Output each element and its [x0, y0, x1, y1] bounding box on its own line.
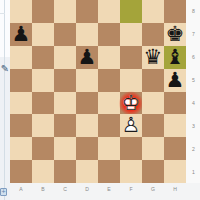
- black-king-glyph: ♚: [164, 23, 186, 46]
- square-g1[interactable]: [142, 160, 164, 183]
- corner-widget-icon[interactable]: +: [0, 188, 7, 196]
- square-b2[interactable]: [32, 137, 54, 160]
- square-d4[interactable]: [76, 92, 98, 115]
- square-f2[interactable]: [120, 137, 142, 160]
- file-label-g: G: [144, 186, 163, 194]
- square-h8[interactable]: [164, 0, 186, 23]
- black-pawn-glyph: ♟: [10, 23, 32, 46]
- rank-label-7: 7: [186, 23, 200, 46]
- file-label-f: F: [122, 186, 141, 194]
- left-panel-top: [0, 0, 10, 57]
- square-b3[interactable]: [32, 114, 54, 137]
- square-a6[interactable]: [10, 46, 32, 69]
- black-king[interactable]: ♚: [164, 23, 186, 46]
- square-e8[interactable]: [98, 0, 120, 23]
- square-h1[interactable]: [164, 160, 186, 183]
- square-d1[interactable]: [76, 160, 98, 183]
- square-a1[interactable]: [10, 160, 32, 183]
- square-d5[interactable]: [76, 69, 98, 92]
- square-c6[interactable]: [54, 46, 76, 69]
- square-a5[interactable]: [10, 69, 32, 92]
- square-d8[interactable]: [76, 0, 98, 23]
- rank-label-4: 4: [186, 92, 200, 115]
- square-f3[interactable]: ♟♙: [120, 114, 142, 137]
- square-e2[interactable]: [98, 137, 120, 160]
- square-d7[interactable]: [76, 23, 98, 46]
- white-pawn-outline-glyph: ♙: [120, 114, 142, 137]
- file-label-a: A: [12, 186, 31, 194]
- white-king[interactable]: ♚♔: [120, 92, 142, 115]
- square-f5[interactable]: [120, 69, 142, 92]
- file-label-h: H: [166, 186, 185, 194]
- square-c4[interactable]: [54, 92, 76, 115]
- square-e6[interactable]: [98, 46, 120, 69]
- square-c1[interactable]: [54, 160, 76, 183]
- rank-label-8: 8: [186, 0, 200, 23]
- white-king-outline-glyph: ♔: [120, 92, 142, 115]
- square-d2[interactable]: [76, 137, 98, 160]
- square-c7[interactable]: [54, 23, 76, 46]
- square-b6[interactable]: [32, 46, 54, 69]
- square-e3[interactable]: [98, 114, 120, 137]
- square-g5[interactable]: [142, 69, 164, 92]
- black-bishop-glyph: ♝: [164, 46, 186, 69]
- square-e1[interactable]: [98, 160, 120, 183]
- file-label-e: E: [100, 186, 119, 194]
- chess-board: ♟♚♟♛♝♟♚♔♟♙: [10, 0, 186, 183]
- square-h7[interactable]: ♚: [164, 23, 186, 46]
- square-h2[interactable]: [164, 137, 186, 160]
- square-a4[interactable]: [10, 92, 32, 115]
- rank-label-2: 2: [186, 137, 200, 160]
- rank-label-6: 6: [186, 46, 200, 69]
- square-d6[interactable]: ♟: [76, 46, 98, 69]
- square-b5[interactable]: [32, 69, 54, 92]
- square-e5[interactable]: [98, 69, 120, 92]
- square-h6[interactable]: ♝: [164, 46, 186, 69]
- app-screenshot: ♟♚♟♛♝♟♚♔♟♙ 87654321 ABCDEFGH ✎ +: [0, 0, 200, 200]
- square-a3[interactable]: [10, 114, 32, 137]
- black-bishop[interactable]: ♝: [164, 46, 186, 69]
- square-g7[interactable]: [142, 23, 164, 46]
- square-a7[interactable]: ♟: [10, 23, 32, 46]
- pencil-icon[interactable]: ✎: [0, 63, 10, 75]
- file-label-d: D: [78, 186, 97, 194]
- square-e4[interactable]: [98, 92, 120, 115]
- white-pawn[interactable]: ♟♙: [120, 114, 142, 137]
- black-queen-glyph: ♛: [142, 46, 164, 69]
- square-d3[interactable]: [76, 114, 98, 137]
- black-pawn-glyph: ♟: [164, 69, 186, 92]
- square-g8[interactable]: [142, 0, 164, 23]
- black-pawn[interactable]: ♟: [164, 69, 186, 92]
- square-g4[interactable]: [142, 92, 164, 115]
- square-e7[interactable]: [98, 23, 120, 46]
- file-label-c: C: [56, 186, 75, 194]
- file-coordinates: ABCDEFGH: [10, 185, 186, 194]
- black-pawn-glyph: ♟: [76, 46, 98, 69]
- square-h5[interactable]: ♟: [164, 69, 186, 92]
- square-b7[interactable]: [32, 23, 54, 46]
- square-g2[interactable]: [142, 137, 164, 160]
- square-b1[interactable]: [32, 160, 54, 183]
- square-c3[interactable]: [54, 114, 76, 137]
- rank-label-1: 1: [186, 160, 200, 183]
- square-a8[interactable]: [10, 0, 32, 23]
- square-f8[interactable]: [120, 0, 142, 23]
- square-h3[interactable]: [164, 114, 186, 137]
- left-app-panel: ✎ +: [0, 0, 10, 200]
- square-g6[interactable]: ♛: [142, 46, 164, 69]
- square-b4[interactable]: [32, 92, 54, 115]
- square-f1[interactable]: [120, 160, 142, 183]
- square-b8[interactable]: [32, 0, 54, 23]
- square-f7[interactable]: [120, 23, 142, 46]
- black-pawn[interactable]: ♟: [10, 23, 32, 46]
- rank-label-3: 3: [186, 114, 200, 137]
- rank-coordinates: 87654321: [186, 0, 200, 183]
- left-panel-divider: [4, 0, 5, 200]
- rank-label-5: 5: [186, 69, 200, 92]
- file-label-b: B: [34, 186, 53, 194]
- square-a2[interactable]: [10, 137, 32, 160]
- square-c8[interactable]: [54, 0, 76, 23]
- square-f6[interactable]: [120, 46, 142, 69]
- square-f4[interactable]: ♚♔: [120, 92, 142, 115]
- black-queen[interactable]: ♛: [142, 46, 164, 69]
- left-panel-rule: [0, 13, 5, 14]
- square-h4[interactable]: [164, 92, 186, 115]
- square-c5[interactable]: [54, 69, 76, 92]
- square-c2[interactable]: [54, 137, 76, 160]
- black-pawn[interactable]: ♟: [76, 46, 98, 69]
- square-g3[interactable]: [142, 114, 164, 137]
